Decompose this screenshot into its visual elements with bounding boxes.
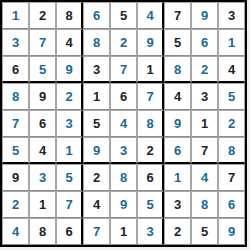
sudoku-cell[interactable]: 5 — [29, 56, 56, 83]
sudoku-cell[interactable]: 6 — [164, 137, 191, 164]
sudoku-cell[interactable]: 5 — [56, 164, 83, 191]
sudoku-cell[interactable]: 8 — [56, 2, 83, 29]
sudoku-cell[interactable]: 2 — [56, 83, 83, 110]
sudoku-cell[interactable]: 7 — [218, 164, 245, 191]
sudoku-cell[interactable]: 6 — [83, 2, 110, 29]
sudoku-cell[interactable]: 5 — [191, 218, 218, 245]
sudoku-cell[interactable]: 6 — [191, 29, 218, 56]
sudoku-cell[interactable]: 8 — [2, 83, 29, 110]
sudoku-cell[interactable]: 6 — [110, 83, 137, 110]
sudoku-cell[interactable]: 1 — [110, 218, 137, 245]
sudoku-cell[interactable]: 4 — [137, 2, 164, 29]
sudoku-cell[interactable]: 8 — [137, 110, 164, 137]
sudoku-cell[interactable]: 7 — [83, 218, 110, 245]
sudoku-cell[interactable]: 2 — [137, 137, 164, 164]
sudoku-cell[interactable]: 3 — [2, 29, 29, 56]
sudoku-cell[interactable]: 3 — [218, 2, 245, 29]
sudoku-cell[interactable]: 4 — [2, 218, 29, 245]
sudoku-cell[interactable]: 5 — [2, 137, 29, 164]
sudoku-cell[interactable]: 7 — [137, 83, 164, 110]
sudoku-cell[interactable]: 7 — [29, 29, 56, 56]
sudoku-cell[interactable]: 1 — [56, 137, 83, 164]
sudoku-cell[interactable]: 1 — [2, 2, 29, 29]
sudoku-cell[interactable]: 2 — [164, 218, 191, 245]
sudoku-cell[interactable]: 5 — [83, 110, 110, 137]
sudoku-cell[interactable]: 8 — [191, 191, 218, 218]
sudoku-cell[interactable]: 8 — [218, 137, 245, 164]
sudoku-cell[interactable]: 2 — [110, 29, 137, 56]
sudoku-cell[interactable]: 2 — [2, 191, 29, 218]
sudoku-cell[interactable]: 9 — [164, 110, 191, 137]
sudoku-cell[interactable]: 3 — [164, 191, 191, 218]
sudoku-cell[interactable]: 3 — [56, 110, 83, 137]
sudoku-cell[interactable]: 2 — [29, 2, 56, 29]
sudoku-cell[interactable]: 2 — [191, 56, 218, 83]
sudoku-cell[interactable]: 9 — [137, 29, 164, 56]
sudoku-cell[interactable]: 3 — [191, 83, 218, 110]
sudoku-cell[interactable]: 2 — [83, 164, 110, 191]
sudoku-cell[interactable]: 6 — [56, 218, 83, 245]
sudoku-cell[interactable]: 9 — [29, 83, 56, 110]
sudoku-cell[interactable]: 5 — [164, 29, 191, 56]
sudoku-cell[interactable]: 4 — [56, 29, 83, 56]
sudoku-cell[interactable]: 3 — [83, 56, 110, 83]
sudoku-cell[interactable]: 1 — [164, 164, 191, 191]
sudoku-cell[interactable]: 4 — [83, 191, 110, 218]
sudoku-cell[interactable]: 5 — [110, 2, 137, 29]
sudoku-cell[interactable]: 9 — [2, 164, 29, 191]
sudoku-cell[interactable]: 3 — [137, 218, 164, 245]
sudoku-board: 1286547933748295616593718248921674357635… — [0, 0, 247, 247]
sudoku-cell[interactable]: 8 — [110, 164, 137, 191]
sudoku-cell[interactable]: 7 — [56, 191, 83, 218]
sudoku-cell[interactable]: 6 — [2, 56, 29, 83]
sudoku-cell[interactable]: 4 — [110, 110, 137, 137]
sudoku-cell[interactable]: 5 — [218, 83, 245, 110]
sudoku-cell[interactable]: 5 — [137, 191, 164, 218]
sudoku-cell[interactable]: 1 — [29, 191, 56, 218]
sudoku-cell[interactable]: 9 — [218, 218, 245, 245]
sudoku-cell[interactable]: 4 — [218, 56, 245, 83]
sudoku-cell[interactable]: 1 — [83, 83, 110, 110]
sudoku-cell[interactable]: 8 — [164, 56, 191, 83]
sudoku-cell[interactable]: 7 — [2, 110, 29, 137]
sudoku-cell[interactable]: 1 — [137, 56, 164, 83]
sudoku-cell[interactable]: 7 — [164, 2, 191, 29]
sudoku-cell[interactable]: 8 — [83, 29, 110, 56]
sudoku-cell[interactable]: 3 — [110, 137, 137, 164]
sudoku-cell[interactable]: 1 — [191, 110, 218, 137]
sudoku-cell[interactable]: 7 — [191, 137, 218, 164]
sudoku-cell[interactable]: 6 — [218, 191, 245, 218]
sudoku-cell[interactable]: 4 — [164, 83, 191, 110]
sudoku-cell[interactable]: 8 — [29, 218, 56, 245]
sudoku-cell[interactable]: 9 — [191, 2, 218, 29]
sudoku-cell[interactable]: 9 — [56, 56, 83, 83]
sudoku-cell[interactable]: 2 — [218, 110, 245, 137]
sudoku-cell[interactable]: 4 — [191, 164, 218, 191]
sudoku-cell[interactable]: 1 — [218, 29, 245, 56]
sudoku-cell[interactable]: 7 — [110, 56, 137, 83]
sudoku-cell[interactable]: 6 — [137, 164, 164, 191]
sudoku-cell[interactable]: 6 — [29, 110, 56, 137]
sudoku-cell[interactable]: 3 — [29, 164, 56, 191]
sudoku-cell[interactable]: 4 — [29, 137, 56, 164]
sudoku-cell[interactable]: 9 — [110, 191, 137, 218]
sudoku-cell[interactable]: 9 — [83, 137, 110, 164]
